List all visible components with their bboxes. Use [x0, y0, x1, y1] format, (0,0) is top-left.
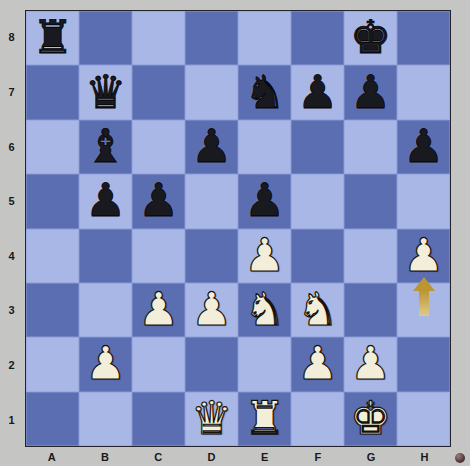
piece-white-rook[interactable]: ♜ — [244, 395, 285, 441]
square-f1[interactable] — [291, 392, 344, 446]
piece-black-rook[interactable]: ♜ — [32, 14, 73, 60]
piece-black-bishop[interactable]: ♝ — [85, 123, 126, 169]
piece-white-king[interactable]: ♚ — [350, 395, 391, 441]
square-d1[interactable]: ♛ — [185, 392, 238, 446]
square-e4[interactable]: ♟ — [238, 229, 291, 283]
square-b3[interactable] — [79, 283, 132, 337]
piece-white-pawn[interactable]: ♟ — [350, 340, 391, 386]
square-a1[interactable] — [26, 392, 79, 446]
square-a8[interactable]: ♜ — [26, 11, 79, 65]
square-e1[interactable]: ♜ — [238, 392, 291, 446]
square-d6[interactable]: ♟ — [185, 120, 238, 174]
square-d4[interactable] — [185, 229, 238, 283]
piece-black-pawn[interactable]: ♟ — [191, 123, 232, 169]
file-label-b: B — [78, 449, 131, 465]
piece-black-pawn[interactable]: ♟ — [403, 123, 444, 169]
rank-label-2: 2 — [0, 338, 23, 393]
piece-black-pawn[interactable]: ♟ — [297, 69, 338, 115]
square-e8[interactable] — [238, 11, 291, 65]
square-c3[interactable]: ♟ — [132, 283, 185, 337]
rank-label-5: 5 — [0, 174, 23, 229]
piece-white-knight[interactable]: ♞ — [244, 286, 285, 332]
square-d3[interactable]: ♟ — [185, 283, 238, 337]
square-f8[interactable] — [291, 11, 344, 65]
square-h2[interactable] — [397, 337, 450, 391]
piece-white-queen[interactable]: ♛ — [191, 395, 232, 441]
piece-black-pawn[interactable]: ♟ — [244, 177, 285, 223]
square-g8[interactable]: ♚ — [344, 11, 397, 65]
corner-dot — [455, 453, 465, 463]
rank-labels: 87654321 — [0, 10, 23, 447]
square-g1[interactable]: ♚ — [344, 392, 397, 446]
square-f2[interactable]: ♟ — [291, 337, 344, 391]
square-a2[interactable] — [26, 337, 79, 391]
piece-black-knight[interactable]: ♞ — [244, 69, 285, 115]
piece-black-pawn[interactable]: ♟ — [138, 177, 179, 223]
rank-label-6: 6 — [0, 119, 23, 174]
square-h3[interactable] — [397, 283, 450, 337]
square-e3[interactable]: ♞ — [238, 283, 291, 337]
file-labels: ABCDEFGH — [25, 449, 451, 465]
square-b5[interactable]: ♟ — [79, 174, 132, 228]
square-f6[interactable] — [291, 120, 344, 174]
square-h6[interactable]: ♟ — [397, 120, 450, 174]
square-a7[interactable] — [26, 65, 79, 119]
file-label-e: E — [238, 449, 291, 465]
piece-white-pawn[interactable]: ♟ — [403, 232, 444, 278]
rank-label-8: 8 — [0, 10, 23, 65]
square-g5[interactable] — [344, 174, 397, 228]
square-h5[interactable] — [397, 174, 450, 228]
square-a4[interactable] — [26, 229, 79, 283]
square-c4[interactable] — [132, 229, 185, 283]
square-d5[interactable] — [185, 174, 238, 228]
file-label-h: H — [398, 449, 451, 465]
square-f7[interactable]: ♟ — [291, 65, 344, 119]
chess-board[interactable]: ♜♚♛♞♟♟♝♟♟♟♟♟♟♟♟♟♞♞♟♟♟♛♜♚ — [25, 10, 451, 447]
square-a5[interactable] — [26, 174, 79, 228]
square-b2[interactable]: ♟ — [79, 337, 132, 391]
square-f3[interactable]: ♞ — [291, 283, 344, 337]
piece-white-knight[interactable]: ♞ — [297, 286, 338, 332]
square-c1[interactable] — [132, 392, 185, 446]
piece-white-pawn[interactable]: ♟ — [297, 340, 338, 386]
square-d8[interactable] — [185, 11, 238, 65]
square-c7[interactable] — [132, 65, 185, 119]
square-h1[interactable] — [397, 392, 450, 446]
square-b8[interactable] — [79, 11, 132, 65]
piece-white-pawn[interactable]: ♟ — [85, 340, 126, 386]
square-b4[interactable] — [79, 229, 132, 283]
square-g2[interactable]: ♟ — [344, 337, 397, 391]
square-h4[interactable]: ♟ — [397, 229, 450, 283]
rank-label-7: 7 — [0, 65, 23, 120]
file-label-d: D — [185, 449, 238, 465]
square-g7[interactable]: ♟ — [344, 65, 397, 119]
piece-black-pawn[interactable]: ♟ — [85, 177, 126, 223]
piece-white-pawn[interactable]: ♟ — [138, 286, 179, 332]
square-d7[interactable] — [185, 65, 238, 119]
file-label-g: G — [345, 449, 398, 465]
square-g4[interactable] — [344, 229, 397, 283]
square-e6[interactable] — [238, 120, 291, 174]
square-c6[interactable] — [132, 120, 185, 174]
rank-label-3: 3 — [0, 283, 23, 338]
square-c5[interactable]: ♟ — [132, 174, 185, 228]
square-c2[interactable] — [132, 337, 185, 391]
square-h7[interactable] — [397, 65, 450, 119]
piece-black-king[interactable]: ♚ — [350, 14, 391, 60]
square-h8[interactable] — [397, 11, 450, 65]
square-f4[interactable] — [291, 229, 344, 283]
rank-label-4: 4 — [0, 229, 23, 284]
piece-black-pawn[interactable]: ♟ — [350, 69, 391, 115]
square-b7[interactable]: ♛ — [79, 65, 132, 119]
square-e2[interactable] — [238, 337, 291, 391]
square-a6[interactable] — [26, 120, 79, 174]
piece-white-pawn[interactable]: ♟ — [191, 286, 232, 332]
square-f5[interactable] — [291, 174, 344, 228]
file-label-c: C — [132, 449, 185, 465]
file-label-f: F — [291, 449, 344, 465]
square-e5[interactable]: ♟ — [238, 174, 291, 228]
square-g6[interactable] — [344, 120, 397, 174]
square-g3[interactable] — [344, 283, 397, 337]
square-c8[interactable] — [132, 11, 185, 65]
rank-label-1: 1 — [0, 392, 23, 447]
square-d2[interactable] — [185, 337, 238, 391]
square-b6[interactable]: ♝ — [79, 120, 132, 174]
square-a3[interactable] — [26, 283, 79, 337]
chess-app-window: 87654321 ♜♚♛♞♟♟♝♟♟♟♟♟♟♟♟♟♞♞♟♟♟♛♜♚ ABCDEF… — [0, 0, 470, 466]
file-label-a: A — [25, 449, 78, 465]
square-b1[interactable] — [79, 392, 132, 446]
piece-black-queen[interactable]: ♛ — [85, 69, 126, 115]
piece-white-pawn[interactable]: ♟ — [244, 232, 285, 278]
square-e7[interactable]: ♞ — [238, 65, 291, 119]
